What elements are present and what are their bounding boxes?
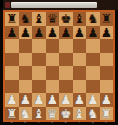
square-a1[interactable]: ♜ — [5, 107, 19, 121]
piece-black-rook[interactable]: ♜ — [6, 12, 17, 26]
square-d5[interactable] — [46, 53, 60, 67]
square-g1[interactable]: ♞ — [86, 107, 100, 121]
square-d6[interactable] — [46, 39, 60, 53]
piece-black-pawn[interactable]: ♟ — [47, 25, 58, 39]
square-h6[interactable] — [100, 39, 114, 53]
square-e1[interactable]: ♚ — [59, 107, 73, 121]
piece-black-pawn[interactable]: ♟ — [74, 25, 85, 39]
square-g6[interactable] — [86, 39, 100, 53]
piece-white-queen[interactable]: ♛ — [47, 106, 58, 120]
square-b1[interactable]: ♞ — [19, 107, 33, 121]
square-f6[interactable] — [73, 39, 87, 53]
piece-black-bishop[interactable]: ♝ — [33, 12, 44, 26]
file-label-b: b — [19, 121, 33, 125]
square-d1[interactable]: ♛ — [46, 107, 60, 121]
piece-white-rook[interactable]: ♜ — [6, 106, 17, 120]
file-label-f: f — [73, 121, 87, 125]
piece-black-pawn[interactable]: ♟ — [60, 25, 71, 39]
piece-white-rook[interactable]: ♜ — [101, 106, 112, 120]
piece-white-pawn[interactable]: ♟ — [33, 93, 44, 107]
square-f5[interactable] — [73, 53, 87, 67]
square-b4[interactable] — [19, 66, 33, 80]
file-label-c: c — [32, 121, 46, 125]
piece-black-pawn[interactable]: ♟ — [33, 25, 44, 39]
square-g7[interactable]: ♟ — [86, 26, 100, 40]
square-f7[interactable]: ♟ — [73, 26, 87, 40]
piece-black-pawn[interactable]: ♟ — [20, 25, 31, 39]
square-h4[interactable] — [100, 66, 114, 80]
square-a5[interactable] — [5, 53, 19, 67]
square-a7[interactable]: ♟ — [5, 26, 19, 40]
square-h1[interactable]: ♜ — [100, 107, 114, 121]
square-h5[interactable] — [100, 53, 114, 67]
piece-white-pawn[interactable]: ♟ — [87, 93, 98, 107]
piece-white-pawn[interactable]: ♟ — [101, 93, 112, 107]
piece-white-knight[interactable]: ♞ — [87, 106, 98, 120]
file-label-h: h — [100, 121, 114, 125]
piece-white-pawn[interactable]: ♟ — [74, 93, 85, 107]
piece-black-rook[interactable]: ♜ — [101, 12, 112, 26]
file-label-e: e — [59, 121, 73, 125]
file-label-a: a — [5, 121, 19, 125]
square-c1[interactable]: ♝ — [32, 107, 46, 121]
square-e4[interactable] — [59, 66, 73, 80]
square-d4[interactable] — [46, 66, 60, 80]
piece-black-knight[interactable]: ♞ — [20, 12, 31, 26]
piece-black-knight[interactable]: ♞ — [87, 12, 98, 26]
piece-black-pawn[interactable]: ♟ — [6, 25, 17, 39]
chess-board: ♜♞♝♛♚♝♞♜♟♟♟♟♟♟♟♟♟♟♟♟♟♟♟♟♜♞♝♛♚♝♞♜ — [5, 12, 113, 120]
piece-black-king[interactable]: ♚ — [60, 12, 71, 26]
piece-black-pawn[interactable]: ♟ — [87, 25, 98, 39]
square-h7[interactable]: ♟ — [100, 26, 114, 40]
piece-white-knight[interactable]: ♞ — [20, 106, 31, 120]
piece-white-pawn[interactable]: ♟ — [60, 93, 71, 107]
square-b6[interactable] — [19, 39, 33, 53]
square-a4[interactable] — [5, 66, 19, 80]
square-g4[interactable] — [86, 66, 100, 80]
piece-white-bishop[interactable]: ♝ — [33, 106, 44, 120]
square-c4[interactable] — [32, 66, 46, 80]
window-menu-button[interactable] — [5, 2, 10, 8]
square-a6[interactable] — [5, 39, 19, 53]
titlebar-edge — [0, 0, 3, 10]
file-label-g: g — [86, 121, 100, 125]
square-b7[interactable]: ♟ — [19, 26, 33, 40]
piece-black-pawn[interactable]: ♟ — [101, 25, 112, 39]
square-f1[interactable]: ♝ — [73, 107, 87, 121]
piece-white-bishop[interactable]: ♝ — [74, 106, 85, 120]
square-b5[interactable] — [19, 53, 33, 67]
square-e6[interactable] — [59, 39, 73, 53]
square-c7[interactable]: ♟ — [32, 26, 46, 40]
piece-black-queen[interactable]: ♛ — [47, 12, 58, 26]
piece-white-pawn[interactable]: ♟ — [20, 93, 31, 107]
file-label-d: d — [46, 121, 60, 125]
file-labels: abcdefgh — [5, 121, 113, 125]
piece-white-king[interactable]: ♚ — [60, 106, 71, 120]
square-e5[interactable] — [59, 53, 73, 67]
square-c5[interactable] — [32, 53, 46, 67]
square-e7[interactable]: ♟ — [59, 26, 73, 40]
window-titlebar — [0, 0, 118, 10]
square-f4[interactable] — [73, 66, 87, 80]
chess-board-frame: ♜♞♝♛♚♝♞♜♟♟♟♟♟♟♟♟♟♟♟♟♟♟♟♟♜♞♝♛♚♝♞♜ — [3, 10, 115, 122]
square-c6[interactable] — [32, 39, 46, 53]
piece-white-pawn[interactable]: ♟ — [47, 93, 58, 107]
piece-black-bishop[interactable]: ♝ — [74, 12, 85, 26]
square-d7[interactable]: ♟ — [46, 26, 60, 40]
piece-white-pawn[interactable]: ♟ — [6, 93, 17, 107]
scrollbar-thumb[interactable] — [11, 2, 97, 8]
square-g5[interactable] — [86, 53, 100, 67]
